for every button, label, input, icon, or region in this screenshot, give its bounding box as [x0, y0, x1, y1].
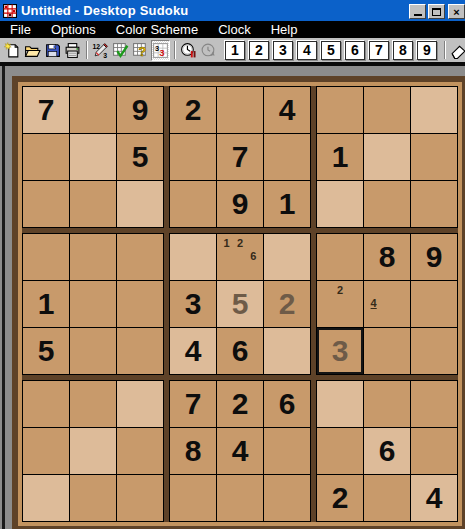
- given-value: 6: [379, 436, 396, 466]
- cell-r1c4[interactable]: 2: [170, 87, 216, 133]
- cell-r1c7[interactable]: [317, 87, 363, 133]
- box-r3c1: [22, 380, 164, 522]
- digit-2-button[interactable]: 2: [249, 41, 269, 60]
- cell-r7c7[interactable]: [317, 381, 363, 427]
- menu-file[interactable]: File: [0, 21, 41, 38]
- cell-r8c2[interactable]: [70, 428, 116, 474]
- new-button[interactable]: [3, 40, 22, 61]
- cell-r6c4[interactable]: 4: [170, 328, 216, 374]
- cell-r8c6[interactable]: [264, 428, 310, 474]
- save-floppy-icon: [44, 42, 61, 59]
- digit-8-button[interactable]: 8: [393, 41, 413, 60]
- given-value: 9: [232, 189, 249, 219]
- sudoku-board: 79524791115126352468924372684624: [12, 76, 465, 529]
- box-r1c1: 795: [22, 86, 164, 228]
- given-value: 6: [232, 336, 249, 366]
- digit-7-button[interactable]: 7: [369, 41, 389, 60]
- box-r1c3: 1: [316, 86, 458, 228]
- cell-r2c7[interactable]: 1: [317, 134, 363, 180]
- cell-r6c7[interactable]: 3: [317, 328, 363, 374]
- cell-r7c1[interactable]: [23, 381, 69, 427]
- grid-digit-3-icon: 33: [152, 42, 169, 59]
- cell-r6c5[interactable]: 6: [217, 328, 263, 374]
- svg-text:3: 3: [103, 52, 107, 59]
- cell-r8c4[interactable]: 8: [170, 428, 216, 474]
- given-value: 4: [232, 436, 249, 466]
- pencil-marks: 126: [217, 234, 263, 280]
- cell-r6c1[interactable]: 5: [23, 328, 69, 374]
- given-value: 3: [185, 289, 202, 319]
- cell-r1c6[interactable]: 4: [264, 87, 310, 133]
- given-value: 5: [132, 142, 149, 172]
- cell-r7c4[interactable]: 7: [170, 381, 216, 427]
- cell-r9c6[interactable]: [264, 475, 310, 521]
- box-r2c2: 12635246: [169, 233, 311, 375]
- cell-r4c2[interactable]: [70, 234, 116, 280]
- given-value: 2: [332, 483, 349, 513]
- cell-r5c7[interactable]: 2: [317, 281, 363, 327]
- pencil-123-icon: 123: [92, 42, 109, 59]
- cell-r6c9[interactable]: [411, 328, 457, 374]
- cell-r7c6[interactable]: 6: [264, 381, 310, 427]
- pencil-marks-button[interactable]: 123: [91, 40, 110, 61]
- clock-pause-button[interactable]: [179, 40, 198, 61]
- cell-r9c3[interactable]: [117, 475, 163, 521]
- cell-r8c9[interactable]: [411, 428, 457, 474]
- cell-r4c3[interactable]: [117, 234, 163, 280]
- given-value: 7: [185, 389, 202, 419]
- maximize-icon: [432, 8, 441, 16]
- cell-r2c9[interactable]: [411, 134, 457, 180]
- cell-r9c7[interactable]: 2: [317, 475, 363, 521]
- cell-r3c1[interactable]: [23, 181, 69, 227]
- cell-r5c2[interactable]: [70, 281, 116, 327]
- given-value: 5: [38, 336, 55, 366]
- cell-r4c5[interactable]: 126: [217, 234, 263, 280]
- cell-r3c2[interactable]: [70, 181, 116, 227]
- given-value: 2: [232, 389, 249, 419]
- cell-r2c6[interactable]: [264, 134, 310, 180]
- cell-r3c8[interactable]: [364, 181, 410, 227]
- cell-r5c4[interactable]: 3: [170, 281, 216, 327]
- toolbar-separator: [444, 41, 446, 59]
- grid-check-icon: [112, 42, 129, 59]
- given-value: 7: [232, 142, 249, 172]
- cell-r1c9[interactable]: [411, 87, 457, 133]
- given-value: 1: [332, 142, 349, 172]
- pencil-mark-6: 6: [247, 250, 260, 263]
- given-value: 8: [185, 436, 202, 466]
- toolbar-separator: [86, 41, 88, 59]
- digit-button-group: 123456789: [225, 41, 441, 60]
- app-window: Untitled - Desktop Sudoku × FileOptionsC…: [0, 0, 465, 529]
- window-controls: ×: [407, 0, 465, 22]
- menu-bar: FileOptionsColor SchemeClockHelp: [0, 21, 465, 38]
- cell-r6c8[interactable]: [364, 328, 410, 374]
- cell-r9c2[interactable]: [70, 475, 116, 521]
- eraser-icon: [450, 42, 465, 59]
- close-button[interactable]: ×: [448, 4, 465, 19]
- box-r3c2: 72684: [169, 380, 311, 522]
- highlight-digit-3-button[interactable]: 33: [151, 40, 170, 61]
- user-value: 2: [279, 289, 296, 319]
- window-left-edge: [2, 66, 5, 529]
- box-r3c3: 624: [316, 380, 458, 522]
- cell-r4c1[interactable]: [23, 234, 69, 280]
- pencil-marks: 4: [364, 281, 410, 327]
- cell-r3c3[interactable]: [117, 181, 163, 227]
- toolbar-separator: [174, 41, 176, 59]
- cell-r2c1[interactable]: [23, 134, 69, 180]
- clock-pause-icon: [180, 42, 197, 59]
- title-bar: Untitled - Desktop Sudoku ×: [0, 0, 465, 21]
- cell-r4c7[interactable]: [317, 234, 363, 280]
- cell-r6c2[interactable]: [70, 328, 116, 374]
- new-document-icon: [4, 42, 21, 59]
- printer-icon: [64, 42, 81, 59]
- minimize-icon: [414, 14, 422, 16]
- cell-r5c5[interactable]: 5: [217, 281, 263, 327]
- cell-r1c1[interactable]: 7: [23, 87, 69, 133]
- check-solution-button[interactable]: [111, 40, 130, 61]
- cell-r4c8[interactable]: 8: [364, 234, 410, 280]
- cell-r5c9[interactable]: [411, 281, 457, 327]
- cell-r1c5[interactable]: [217, 87, 263, 133]
- given-value: 4: [185, 336, 202, 366]
- cell-r1c8[interactable]: [364, 87, 410, 133]
- given-value: 7: [38, 95, 55, 125]
- given-value: 4: [279, 95, 296, 125]
- cell-r4c9[interactable]: 9: [411, 234, 457, 280]
- cell-r8c3[interactable]: [117, 428, 163, 474]
- digit-5-button[interactable]: 5: [321, 41, 341, 60]
- client-area: 79524791115126352468924372684624: [0, 62, 465, 529]
- digit-6-button[interactable]: 6: [345, 41, 365, 60]
- eraser-button[interactable]: [449, 40, 465, 61]
- box-r1c2: 24791: [169, 86, 311, 228]
- cell-r4c6[interactable]: [264, 234, 310, 280]
- box-r2c1: 15: [22, 233, 164, 375]
- digit-9-button[interactable]: 9: [417, 41, 437, 60]
- cell-r2c3[interactable]: 5: [117, 134, 163, 180]
- cell-r6c6[interactable]: [264, 328, 310, 374]
- close-icon: ×: [453, 6, 459, 18]
- pencil-mark-1: 1: [220, 237, 233, 250]
- cell-r7c8[interactable]: [364, 381, 410, 427]
- minimize-button[interactable]: [409, 4, 426, 19]
- pencil-mark-2: 2: [233, 237, 246, 250]
- cell-r9c1[interactable]: [23, 475, 69, 521]
- cell-r5c8[interactable]: 4: [364, 281, 410, 327]
- given-value: 1: [38, 289, 55, 319]
- cell-r6c3[interactable]: [117, 328, 163, 374]
- clock-forward-icon: [200, 42, 217, 59]
- cell-r1c2[interactable]: [70, 87, 116, 133]
- app-icon: [3, 4, 17, 18]
- cell-r2c5[interactable]: 7: [217, 134, 263, 180]
- print-button[interactable]: [63, 40, 82, 61]
- pencil-mark-2: 2: [333, 284, 346, 297]
- cell-r3c6[interactable]: 1: [264, 181, 310, 227]
- cell-r8c1[interactable]: [23, 428, 69, 474]
- cell-r9c9[interactable]: 4: [411, 475, 457, 521]
- cell-r3c9[interactable]: [411, 181, 457, 227]
- cell-r3c4[interactable]: [170, 181, 216, 227]
- pencil-marks: 2: [317, 281, 363, 327]
- svg-text:?: ?: [138, 44, 146, 59]
- cell-r7c2[interactable]: [70, 381, 116, 427]
- cell-r5c1[interactable]: 1: [23, 281, 69, 327]
- menu-color-scheme[interactable]: Color Scheme: [106, 21, 208, 38]
- cell-r7c5[interactable]: 2: [217, 381, 263, 427]
- cell-r2c2[interactable]: [70, 134, 116, 180]
- cell-r2c8[interactable]: [364, 134, 410, 180]
- window-title: Untitled - Desktop Sudoku: [21, 3, 189, 18]
- maximize-button[interactable]: [428, 4, 445, 19]
- user-value: 5: [232, 289, 249, 319]
- given-value: 8: [379, 242, 396, 272]
- digit-1-button[interactable]: 1: [225, 41, 245, 60]
- cell-r9c4[interactable]: [170, 475, 216, 521]
- digit-4-button[interactable]: 4: [297, 41, 317, 60]
- digit-3-button[interactable]: 3: [273, 41, 293, 60]
- menu-options[interactable]: Options: [41, 21, 106, 38]
- cell-r8c8[interactable]: 6: [364, 428, 410, 474]
- hint-button[interactable]: ?: [131, 40, 150, 61]
- svg-text:3: 3: [159, 47, 164, 58]
- cell-r8c5[interactable]: 4: [217, 428, 263, 474]
- cell-r3c5[interactable]: 9: [217, 181, 263, 227]
- given-value: 9: [132, 95, 149, 125]
- save-button[interactable]: [43, 40, 62, 61]
- given-value: 1: [279, 189, 296, 219]
- cell-r7c3[interactable]: [117, 381, 163, 427]
- pencil-mark-4: 4: [367, 297, 380, 310]
- box-r2c3: 89243: [316, 233, 458, 375]
- given-value: 2: [185, 95, 202, 125]
- cell-r2c4[interactable]: [170, 134, 216, 180]
- menu-help[interactable]: Help: [261, 21, 308, 38]
- user-value: 3: [332, 336, 349, 366]
- cell-r7c9[interactable]: [411, 381, 457, 427]
- cell-r5c6[interactable]: 2: [264, 281, 310, 327]
- cell-r9c5[interactable]: [217, 475, 263, 521]
- given-value: 4: [426, 483, 443, 513]
- cell-r4c4[interactable]: [170, 234, 216, 280]
- cell-r5c3[interactable]: [117, 281, 163, 327]
- menu-clock[interactable]: Clock: [208, 21, 261, 38]
- cell-r1c3[interactable]: 9: [117, 87, 163, 133]
- open-button[interactable]: [23, 40, 42, 61]
- toolbar: 123?33123456789: [0, 38, 465, 62]
- clock-resume-button[interactable]: [199, 40, 218, 61]
- open-folder-icon: [24, 42, 41, 59]
- grid-question-icon: ?: [132, 42, 149, 59]
- cell-r3c7[interactable]: [317, 181, 363, 227]
- cell-r8c7[interactable]: [317, 428, 363, 474]
- cell-r9c8[interactable]: [364, 475, 410, 521]
- given-value: 6: [279, 389, 296, 419]
- given-value: 9: [426, 242, 443, 272]
